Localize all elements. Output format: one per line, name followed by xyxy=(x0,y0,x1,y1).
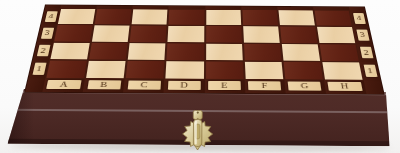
square-a1 xyxy=(46,60,87,78)
file-b-label: B xyxy=(83,79,125,93)
square-d1 xyxy=(166,61,204,79)
file-a-label: A xyxy=(42,79,85,93)
file-label: B xyxy=(87,80,121,89)
square-f2 xyxy=(244,44,282,61)
chessboard-pattern: 44332211ABCDEFGH xyxy=(24,5,385,95)
square-b1 xyxy=(86,61,126,79)
square-b2 xyxy=(89,43,128,60)
square-e3 xyxy=(206,26,242,42)
square-a4 xyxy=(58,9,96,24)
board-top-face: 44332211ABCDEFGH xyxy=(24,5,385,95)
square-a2 xyxy=(50,42,89,59)
brass-clasp-icon xyxy=(179,110,217,152)
square-g4 xyxy=(278,10,315,25)
file-e-label: E xyxy=(204,79,245,93)
file-c-label: C xyxy=(123,79,164,93)
square-c2 xyxy=(128,43,166,60)
square-f3 xyxy=(243,26,280,42)
file-label: C xyxy=(127,80,161,89)
rank-label: 1 xyxy=(363,65,377,77)
rank-label: 3 xyxy=(40,28,53,39)
rank-label: 4 xyxy=(352,13,365,24)
file-h-label: H xyxy=(324,80,367,94)
rank-label: 4 xyxy=(44,11,57,22)
square-c3 xyxy=(130,26,167,42)
rank-label: 1 xyxy=(32,63,46,75)
right-side-shading xyxy=(386,86,400,153)
left-side-shading xyxy=(0,84,34,152)
file-label: A xyxy=(47,80,82,89)
square-b3 xyxy=(92,26,130,42)
rank-4-label-right: 4 xyxy=(350,10,369,26)
chess-box: 44332211ABCDEFGH xyxy=(0,0,400,153)
file-label: D xyxy=(168,81,201,90)
square-f4 xyxy=(242,10,278,25)
file-label: G xyxy=(288,81,322,90)
square-h3 xyxy=(317,27,355,43)
rank-1-label-right: 1 xyxy=(360,62,381,81)
square-a3 xyxy=(54,25,92,41)
rank-3-label-right: 3 xyxy=(353,26,372,43)
square-b4 xyxy=(95,9,132,24)
rank-label: 2 xyxy=(359,47,373,59)
square-g1 xyxy=(283,62,322,80)
rank-2-label-right: 2 xyxy=(356,44,376,62)
file-d-label: D xyxy=(164,79,205,93)
square-h4 xyxy=(314,11,351,26)
file-label: E xyxy=(208,81,241,90)
square-c4 xyxy=(132,9,168,24)
square-e2 xyxy=(206,43,243,60)
file-label: H xyxy=(328,82,362,91)
rank-label: 3 xyxy=(356,29,369,40)
square-d3 xyxy=(168,26,204,42)
photo-background: 44332211ABCDEFGH xyxy=(0,0,400,153)
square-c1 xyxy=(126,61,165,79)
square-d4 xyxy=(169,10,204,25)
square-h2 xyxy=(319,44,358,61)
square-g3 xyxy=(280,27,317,43)
file-g-label: G xyxy=(284,80,326,94)
square-h1 xyxy=(322,62,362,80)
square-f1 xyxy=(244,62,283,80)
file-label: F xyxy=(248,81,282,90)
file-f-label: F xyxy=(244,80,285,94)
square-e1 xyxy=(206,61,244,79)
square-e4 xyxy=(206,10,241,25)
board-corner xyxy=(364,80,384,94)
rank-label: 2 xyxy=(36,45,50,57)
square-d2 xyxy=(167,43,204,60)
square-g2 xyxy=(282,44,320,61)
